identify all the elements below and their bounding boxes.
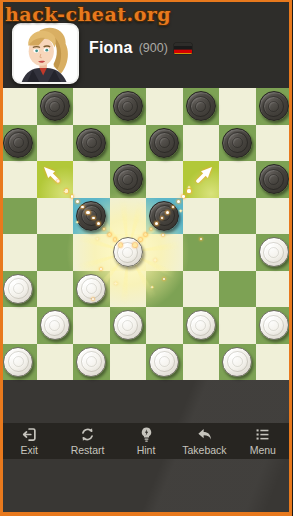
avatar-illustration xyxy=(14,25,77,82)
square-3-5 xyxy=(183,198,220,235)
player-info: Fiona (900) xyxy=(89,39,192,57)
watermark-border-left xyxy=(0,0,3,516)
checker-white[interactable] xyxy=(259,310,289,340)
square-7-4[interactable] xyxy=(146,344,183,381)
takeback-label: Takeback xyxy=(182,444,226,456)
square-2-1[interactable] xyxy=(37,161,74,198)
square-7-3 xyxy=(110,344,147,381)
square-2-2 xyxy=(73,161,110,198)
square-3-2[interactable] xyxy=(73,198,110,235)
square-5-6[interactable] xyxy=(219,271,256,308)
square-4-0 xyxy=(0,234,37,271)
square-5-2[interactable] xyxy=(73,271,110,308)
watermark-text: hack-cheat.org xyxy=(5,3,171,25)
square-5-5 xyxy=(183,271,220,308)
square-6-5[interactable] xyxy=(183,307,220,344)
checker-white[interactable] xyxy=(186,310,216,340)
square-3-1 xyxy=(37,198,74,235)
square-6-0 xyxy=(0,307,37,344)
german-flag-icon xyxy=(174,43,192,54)
exit-label: Exit xyxy=(20,444,38,456)
square-0-2 xyxy=(73,88,110,125)
square-3-7 xyxy=(256,198,293,235)
checker-black[interactable] xyxy=(113,91,143,121)
square-2-5[interactable] xyxy=(183,161,220,198)
square-3-4[interactable] xyxy=(146,198,183,235)
checker-white[interactable] xyxy=(3,347,33,377)
square-1-2[interactable] xyxy=(73,125,110,162)
square-0-5[interactable] xyxy=(183,88,220,125)
square-0-0 xyxy=(0,88,37,125)
checkers-board: ✦✦✦✦✦✦✦✦ xyxy=(0,88,292,380)
exit-icon xyxy=(21,426,38,443)
checker-white[interactable] xyxy=(113,310,143,340)
opponent-avatar xyxy=(12,23,79,84)
square-1-3 xyxy=(110,125,147,162)
player-rating: (900) xyxy=(139,41,168,55)
checker-white[interactable] xyxy=(222,347,252,377)
square-1-0[interactable] xyxy=(0,125,37,162)
square-5-7 xyxy=(256,271,293,308)
square-1-1 xyxy=(37,125,74,162)
square-5-1 xyxy=(37,271,74,308)
square-4-3[interactable] xyxy=(110,234,147,271)
square-4-1[interactable] xyxy=(37,234,74,271)
square-4-2 xyxy=(73,234,110,271)
checker-black[interactable] xyxy=(259,91,289,121)
square-5-3 xyxy=(110,271,147,308)
restart-button[interactable]: Restart xyxy=(58,423,116,459)
square-1-5 xyxy=(183,125,220,162)
square-0-6 xyxy=(219,88,256,125)
checker-white[interactable] xyxy=(40,310,70,340)
square-3-0[interactable] xyxy=(0,198,37,235)
square-1-7 xyxy=(256,125,293,162)
checker-white[interactable] xyxy=(3,274,33,304)
hint-icon xyxy=(138,426,155,443)
square-7-0[interactable] xyxy=(0,344,37,381)
square-6-2 xyxy=(73,307,110,344)
square-6-7[interactable] xyxy=(256,307,293,344)
square-0-4 xyxy=(146,88,183,125)
square-7-7 xyxy=(256,344,293,381)
exit-button[interactable]: Exit xyxy=(0,423,58,459)
square-7-2[interactable] xyxy=(73,344,110,381)
restart-icon xyxy=(79,426,96,443)
square-7-5 xyxy=(183,344,220,381)
checker-black[interactable] xyxy=(76,201,106,231)
square-3-3 xyxy=(110,198,147,235)
board-grid xyxy=(0,88,292,380)
square-6-4 xyxy=(146,307,183,344)
square-0-1[interactable] xyxy=(37,88,74,125)
square-0-7[interactable] xyxy=(256,88,293,125)
square-6-1[interactable] xyxy=(37,307,74,344)
player-name: Fiona xyxy=(89,39,133,57)
square-2-4 xyxy=(146,161,183,198)
square-4-5[interactable] xyxy=(183,234,220,271)
restart-label: Restart xyxy=(71,444,105,456)
checker-black[interactable] xyxy=(222,128,252,158)
square-4-7[interactable] xyxy=(256,234,293,271)
square-2-0 xyxy=(0,161,37,198)
square-2-3[interactable] xyxy=(110,161,147,198)
square-1-6[interactable] xyxy=(219,125,256,162)
square-5-0[interactable] xyxy=(0,271,37,308)
square-6-6 xyxy=(219,307,256,344)
checker-white[interactable] xyxy=(76,347,106,377)
watermark-border-top xyxy=(0,0,292,2)
checker-black[interactable] xyxy=(149,128,179,158)
square-2-6 xyxy=(219,161,256,198)
square-7-6[interactable] xyxy=(219,344,256,381)
menu-label: Menu xyxy=(250,444,276,456)
checker-black[interactable] xyxy=(76,128,106,158)
hint-button[interactable]: Hint xyxy=(117,423,175,459)
app-screen: Fiona (900) ✦✦✦✦✦✦✦✦ Exit xyxy=(0,0,292,516)
watermark-border-bottom xyxy=(0,512,292,516)
takeback-icon xyxy=(196,426,213,443)
checker-black[interactable] xyxy=(149,201,179,231)
square-4-4 xyxy=(146,234,183,271)
hint-label: Hint xyxy=(137,444,156,456)
checker-black[interactable] xyxy=(113,164,143,194)
checker-black[interactable] xyxy=(186,91,216,121)
square-0-3[interactable] xyxy=(110,88,147,125)
checker-white[interactable] xyxy=(259,237,289,267)
menu-button[interactable]: Menu xyxy=(234,423,292,459)
square-2-7[interactable] xyxy=(256,161,293,198)
square-1-4[interactable] xyxy=(146,125,183,162)
checker-black[interactable] xyxy=(3,128,33,158)
square-4-6 xyxy=(219,234,256,271)
square-3-6[interactable] xyxy=(219,198,256,235)
square-5-4[interactable] xyxy=(146,271,183,308)
checker-black[interactable] xyxy=(40,91,70,121)
menu-icon xyxy=(254,426,271,443)
bottom-toolbar: Exit Restart Hint Takeback xyxy=(0,423,292,459)
square-6-3[interactable] xyxy=(110,307,147,344)
checker-white[interactable] xyxy=(113,237,143,267)
checker-white[interactable] xyxy=(76,274,106,304)
square-7-1 xyxy=(37,344,74,381)
watermark-border-right xyxy=(289,0,292,516)
checker-black[interactable] xyxy=(259,164,289,194)
takeback-button[interactable]: Takeback xyxy=(175,423,233,459)
checker-white[interactable] xyxy=(149,347,179,377)
